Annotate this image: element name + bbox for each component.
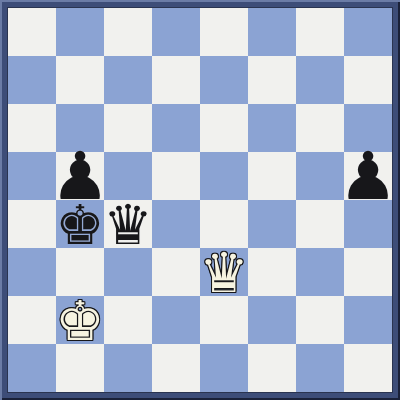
square-g5[interactable] — [296, 152, 344, 200]
square-e8[interactable] — [200, 8, 248, 56]
square-d3[interactable] — [152, 248, 200, 296]
square-h5[interactable]: ♟ — [344, 152, 392, 200]
square-g6[interactable] — [296, 104, 344, 152]
square-b4[interactable]: ♚ — [56, 200, 104, 248]
square-f1[interactable] — [248, 344, 296, 392]
square-d8[interactable] — [152, 8, 200, 56]
square-c1[interactable] — [104, 344, 152, 392]
square-c8[interactable] — [104, 8, 152, 56]
white-queen-e3[interactable]: ♛ — [199, 246, 248, 301]
white-king-b2[interactable]: ♚ — [55, 294, 104, 349]
square-d5[interactable] — [152, 152, 200, 200]
square-h1[interactable] — [344, 344, 392, 392]
square-d1[interactable] — [152, 344, 200, 392]
square-f8[interactable] — [248, 8, 296, 56]
board-frame: ♟♟♚♛♛♚ — [0, 0, 400, 400]
square-c6[interactable] — [104, 104, 152, 152]
square-g3[interactable] — [296, 248, 344, 296]
square-h3[interactable] — [344, 248, 392, 296]
square-g1[interactable] — [296, 344, 344, 392]
square-e1[interactable] — [200, 344, 248, 392]
square-a4[interactable] — [8, 200, 56, 248]
black-queen-c4[interactable]: ♛ — [103, 198, 152, 253]
square-c4[interactable]: ♛ — [104, 200, 152, 248]
square-f4[interactable] — [248, 200, 296, 248]
square-g4[interactable] — [296, 200, 344, 248]
square-a8[interactable] — [8, 8, 56, 56]
square-d2[interactable] — [152, 296, 200, 344]
square-a1[interactable] — [8, 344, 56, 392]
square-e5[interactable] — [200, 152, 248, 200]
square-c2[interactable] — [104, 296, 152, 344]
square-d7[interactable] — [152, 56, 200, 104]
square-a5[interactable] — [8, 152, 56, 200]
square-d6[interactable] — [152, 104, 200, 152]
square-e6[interactable] — [200, 104, 248, 152]
square-f7[interactable] — [248, 56, 296, 104]
square-h8[interactable] — [344, 8, 392, 56]
black-king-b4[interactable]: ♚ — [55, 198, 104, 253]
square-g2[interactable] — [296, 296, 344, 344]
square-h2[interactable] — [344, 296, 392, 344]
square-g8[interactable] — [296, 8, 344, 56]
square-f3[interactable] — [248, 248, 296, 296]
square-f5[interactable] — [248, 152, 296, 200]
square-a6[interactable] — [8, 104, 56, 152]
square-e3[interactable]: ♛ — [200, 248, 248, 296]
square-b2[interactable]: ♚ — [56, 296, 104, 344]
chess-board: ♟♟♚♛♛♚ — [8, 8, 392, 392]
square-f6[interactable] — [248, 104, 296, 152]
square-d4[interactable] — [152, 200, 200, 248]
square-h7[interactable] — [344, 56, 392, 104]
square-f2[interactable] — [248, 296, 296, 344]
square-c7[interactable] — [104, 56, 152, 104]
square-a2[interactable] — [8, 296, 56, 344]
square-b8[interactable] — [56, 8, 104, 56]
square-e7[interactable] — [200, 56, 248, 104]
square-a7[interactable] — [8, 56, 56, 104]
black-pawn-h5[interactable]: ♟ — [338, 144, 397, 210]
square-a3[interactable] — [8, 248, 56, 296]
square-b7[interactable] — [56, 56, 104, 104]
square-g7[interactable] — [296, 56, 344, 104]
